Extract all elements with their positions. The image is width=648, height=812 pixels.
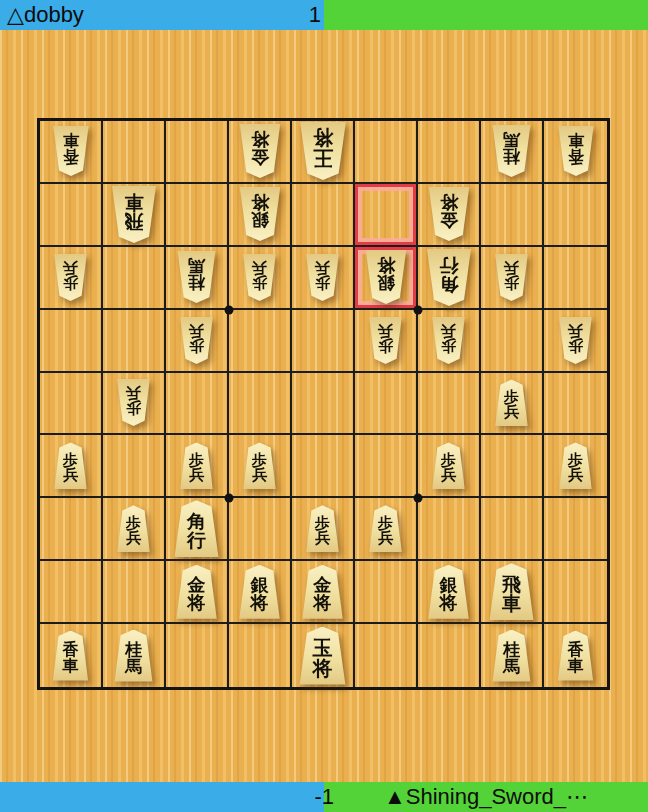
board-cell[interactable] [166,184,229,247]
piece-kanji: 角 [439,275,458,294]
piece-face: 桂馬 [490,630,533,682]
board-cell[interactable]: 香車 [40,624,103,687]
board-cell[interactable] [481,498,544,561]
piece-kanji: 兵 [252,260,267,275]
piece-face: 桂馬 [112,630,155,682]
star-point [224,305,233,314]
piece-kanji: 兵 [189,323,204,338]
piece-kanji: 車 [124,193,143,212]
sente-info-panel: ▲Shining_Sword_⋯ [324,782,648,812]
piece-face: 飛車 [487,563,537,620]
piece-gote-pawn[interactable]: 歩兵 [367,317,404,364]
board-cell[interactable]: 香車 [544,624,607,687]
board-cell[interactable] [103,310,166,373]
piece-kanji: 兵 [315,531,330,546]
piece-face: 香車 [51,126,91,176]
piece-face: 歩兵 [115,505,152,552]
piece-face: 香車 [51,631,91,681]
board-cell[interactable] [292,310,355,373]
piece-face: 金将 [237,124,283,178]
sente-player-name: ▲Shining_Sword_⋯ [384,784,588,810]
board-cell[interactable] [481,435,544,498]
board-cell[interactable]: 歩兵 [418,435,481,498]
board-cell[interactable]: 歩兵 [481,247,544,310]
bottom-bar-blue-segment: -1 [0,782,324,812]
board-cell[interactable] [544,184,607,247]
piece-kanji: 兵 [441,323,456,338]
piece-gote-knight[interactable]: 桂馬 [175,251,218,303]
piece-gote-pawn[interactable]: 歩兵 [178,317,215,364]
piece-kanji: 行 [439,256,458,275]
piece-face: 歩兵 [493,379,530,426]
piece-face: 歩兵 [241,442,278,489]
piece-kanji: 将 [251,131,269,149]
piece-gote-pawn[interactable]: 歩兵 [241,254,278,301]
piece-gote-lance[interactable]: 香車 [556,126,596,176]
board-cell[interactable]: 歩兵 [292,498,355,561]
board-cell[interactable]: 王将 [292,121,355,184]
piece-sente-pawn[interactable]: 歩兵 [52,442,89,489]
piece-kanji: 将 [188,594,206,612]
board-cell[interactable]: 銀将 [418,561,481,624]
board-cell[interactable]: 歩兵 [166,435,229,498]
board-cell[interactable]: 飛車 [103,184,166,247]
piece-sente-king-sente[interactable]: 玉将 [297,627,349,685]
piece-kanji: 金 [440,212,458,230]
piece-kanji: 車 [568,658,584,674]
piece-face: 銀将 [363,250,409,304]
piece-kanji: 兵 [504,260,519,275]
piece-face: 角行 [424,249,474,306]
board-cell[interactable] [229,498,292,561]
piece-face: 金将 [174,565,220,619]
piece-face: 銀将 [237,187,283,241]
piece-face: 桂馬 [490,125,533,177]
piece-sente-pawn[interactable]: 歩兵 [367,505,404,552]
piece-gote-silver[interactable]: 銀将 [237,187,283,241]
piece-kanji: 兵 [568,468,583,483]
piece-sente-knight[interactable]: 桂馬 [112,630,155,682]
piece-face: 玉将 [297,627,349,685]
piece-face: 歩兵 [367,505,404,552]
board-cell[interactable] [292,373,355,436]
board-cell[interactable]: 歩兵 [103,498,166,561]
board-cell[interactable] [418,498,481,561]
shogi-board[interactable]: 香車金将王将桂馬香車飛車銀将金将歩兵桂馬歩兵歩兵銀将角行歩兵歩兵歩兵歩兵歩兵歩兵… [37,118,610,690]
piece-sente-silver[interactable]: 銀将 [237,565,283,619]
piece-kanji: 玉 [313,638,333,658]
piece-kanji: 兵 [63,260,78,275]
piece-sente-pawn[interactable]: 歩兵 [178,442,215,489]
board-cell[interactable]: 歩兵 [40,435,103,498]
board-cell[interactable]: 歩兵 [355,498,418,561]
board-cell[interactable]: 歩兵 [355,310,418,373]
board-cell[interactable] [355,624,418,687]
board-cell[interactable] [418,624,481,687]
piece-face: 香車 [556,126,596,176]
piece-face: 歩兵 [178,442,215,489]
board-cell[interactable]: 歩兵 [544,310,607,373]
board-cell[interactable]: 金将 [166,561,229,624]
piece-face: 銀将 [237,565,283,619]
board-cell[interactable]: 歩兵 [166,310,229,373]
board-cell[interactable] [103,435,166,498]
piece-kanji: 将 [377,257,395,275]
piece-kanji: 行 [187,531,206,550]
top-player-bar: △dobby 1 [0,0,648,30]
piece-face: 歩兵 [52,254,89,301]
board-cell[interactable]: 歩兵 [418,310,481,373]
board-cell[interactable] [40,561,103,624]
board-cell[interactable] [166,121,229,184]
piece-gote-knight[interactable]: 桂馬 [490,125,533,177]
piece-kanji: 車 [502,594,521,613]
board-cell[interactable]: 歩兵 [229,435,292,498]
piece-face: 歩兵 [430,442,467,489]
board-cell[interactable] [166,373,229,436]
piece-gote-lance[interactable]: 香車 [51,126,91,176]
piece-kanji: 馬 [188,258,205,275]
piece-face: 銀将 [426,565,472,619]
piece-gote-pawn[interactable]: 歩兵 [52,254,89,301]
piece-kanji: 将 [313,658,333,678]
piece-gote-pawn[interactable]: 歩兵 [493,254,530,301]
board-cell[interactable]: 玉将 [292,624,355,687]
piece-face: 歩兵 [304,254,341,301]
sente-score: -1 [314,784,334,810]
piece-kanji: 将 [251,594,269,612]
board-cell[interactable]: 桂馬 [481,624,544,687]
board-cell[interactable] [355,561,418,624]
piece-gote-rook[interactable]: 飛車 [109,186,159,243]
piece-face: 金将 [426,187,472,241]
board-cell[interactable]: 角行 [166,498,229,561]
piece-gote-silver[interactable]: 銀将 [363,250,409,304]
piece-sente-rook[interactable]: 飛車 [487,563,537,620]
board-cell[interactable] [418,121,481,184]
piece-kanji: 馬 [125,658,142,675]
board-cell[interactable] [544,498,607,561]
piece-gote-gold[interactable]: 金将 [426,187,472,241]
board-cell[interactable]: 歩兵 [229,247,292,310]
board-cell[interactable] [229,310,292,373]
board-cell[interactable] [229,373,292,436]
piece-sente-bishop[interactable]: 角行 [172,500,222,557]
gote-info-panel: △dobby 1 [0,0,324,30]
board-cell[interactable] [481,310,544,373]
board-cell[interactable] [40,498,103,561]
piece-sente-gold[interactable]: 金将 [300,565,346,619]
board-cell[interactable] [355,435,418,498]
piece-sente-lance[interactable]: 香車 [51,631,91,681]
board-cell[interactable] [355,373,418,436]
piece-face: 歩兵 [178,317,215,364]
star-point [224,494,233,503]
piece-face: 歩兵 [430,317,467,364]
piece-sente-gold[interactable]: 金将 [174,565,220,619]
piece-gote-pawn[interactable]: 歩兵 [430,317,467,364]
piece-kanji: 兵 [568,323,583,338]
piece-kanji: 将 [440,594,458,612]
piece-kanji: 車 [568,133,584,149]
piece-sente-pawn[interactable]: 歩兵 [430,442,467,489]
piece-kanji: 桂 [503,149,520,166]
board-cell[interactable]: 歩兵 [481,373,544,436]
piece-kanji: 香 [63,149,79,165]
piece-face: 飛車 [109,186,159,243]
piece-face: 桂馬 [175,251,218,303]
board-cell[interactable] [40,373,103,436]
piece-gote-pawn[interactable]: 歩兵 [115,379,152,426]
piece-sente-silver[interactable]: 銀将 [426,565,472,619]
piece-kanji: 兵 [315,260,330,275]
star-point [414,305,423,314]
board-cell[interactable] [292,435,355,498]
star-point [414,494,423,503]
piece-kanji: 香 [568,149,584,165]
shogi-app: △dobby 1 香車金将王将桂馬香車飛車銀将金将歩兵桂馬歩兵歩兵銀将角行歩兵歩… [0,0,648,812]
piece-gote-pawn[interactable]: 歩兵 [557,317,594,364]
board-cell[interactable]: 桂馬 [103,624,166,687]
piece-kanji: 将 [313,129,333,149]
board-cell[interactable] [103,561,166,624]
board-cell[interactable] [229,624,292,687]
piece-face: 歩兵 [557,317,594,364]
piece-face: 金将 [300,565,346,619]
board-cell[interactable]: 歩兵 [292,247,355,310]
board-cell[interactable] [418,373,481,436]
board-cell[interactable] [103,121,166,184]
board-cell[interactable]: 歩兵 [544,435,607,498]
piece-face: 歩兵 [493,254,530,301]
piece-sente-knight[interactable]: 桂馬 [490,630,533,682]
board-cell[interactable]: 銀将 [229,561,292,624]
piece-kanji: 王 [313,149,333,169]
board-cell[interactable] [355,121,418,184]
piece-kanji: 兵 [126,385,141,400]
piece-face: 歩兵 [241,254,278,301]
top-bar-green-segment [324,0,648,30]
bottom-player-bar: -1 ▲Shining_Sword_⋯ [0,782,648,812]
piece-kanji: 車 [63,658,79,674]
piece-kanji: 兵 [252,468,267,483]
piece-kanji: 銀 [377,275,395,293]
piece-face: 香車 [556,631,596,681]
gote-score: 1 [309,2,321,28]
piece-kanji: 兵 [63,468,78,483]
board-cell[interactable]: 歩兵 [40,247,103,310]
board-cell[interactable]: 銀将 [229,184,292,247]
board-cell[interactable] [103,247,166,310]
board-cell-highlighted[interactable]: 銀将 [355,247,418,310]
board-cell[interactable] [544,247,607,310]
board-cell[interactable]: 金将 [418,184,481,247]
board-cell[interactable]: 飛車 [481,561,544,624]
board-cell[interactable] [166,624,229,687]
piece-face: 歩兵 [52,442,89,489]
piece-face: 角行 [172,500,222,557]
board-cell[interactable]: 桂馬 [166,247,229,310]
piece-face: 王将 [297,122,349,180]
board-cell-highlighted[interactable] [355,184,418,247]
board-cell[interactable] [481,184,544,247]
board-cell[interactable] [40,184,103,247]
piece-kanji: 兵 [378,323,393,338]
board-cell[interactable] [292,184,355,247]
piece-sente-pawn[interactable]: 歩兵 [115,505,152,552]
piece-kanji: 馬 [503,132,520,149]
piece-kanji: 兵 [441,468,456,483]
piece-face: 歩兵 [304,505,341,552]
piece-gote-king-gote[interactable]: 王将 [297,122,349,180]
piece-gote-pawn[interactable]: 歩兵 [304,254,341,301]
piece-sente-lance[interactable]: 香車 [556,631,596,681]
piece-gote-bishop[interactable]: 角行 [424,249,474,306]
piece-kanji: 兵 [126,531,141,546]
piece-sente-pawn[interactable]: 歩兵 [241,442,278,489]
board-cell[interactable] [544,561,607,624]
piece-face: 歩兵 [557,442,594,489]
piece-sente-pawn[interactable]: 歩兵 [493,379,530,426]
piece-kanji: 桂 [188,275,205,292]
board-cell[interactable] [40,310,103,373]
piece-kanji: 飛 [124,212,143,231]
piece-gote-gold[interactable]: 金将 [237,124,283,178]
board-cell[interactable]: 金将 [292,561,355,624]
piece-kanji: 歩 [126,400,141,415]
piece-kanji: 金 [251,149,269,167]
piece-kanji: 車 [63,133,79,149]
piece-sente-pawn[interactable]: 歩兵 [304,505,341,552]
board-cell[interactable]: 香車 [544,121,607,184]
piece-kanji: 将 [440,194,458,212]
board-cell[interactable]: 角行 [418,247,481,310]
piece-sente-pawn[interactable]: 歩兵 [557,442,594,489]
piece-kanji: 兵 [504,405,519,420]
board-cell[interactable] [544,373,607,436]
piece-kanji: 将 [314,594,332,612]
piece-kanji: 兵 [189,468,204,483]
piece-kanji: 銀 [251,212,269,230]
piece-kanji: 将 [251,194,269,212]
piece-face: 歩兵 [115,379,152,426]
piece-kanji: 馬 [503,658,520,675]
piece-face: 歩兵 [367,317,404,364]
board-cell[interactable]: 歩兵 [103,373,166,436]
gote-player-name: △dobby [0,2,84,28]
piece-kanji: 兵 [378,531,393,546]
board-cell[interactable]: 金将 [229,121,292,184]
board-cell[interactable]: 桂馬 [481,121,544,184]
board-cell[interactable]: 香車 [40,121,103,184]
